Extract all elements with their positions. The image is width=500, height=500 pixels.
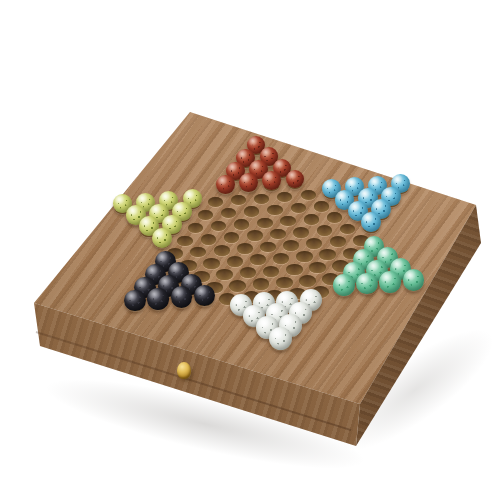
marble-red[interactable] <box>239 173 258 192</box>
marble-black[interactable] <box>124 290 146 312</box>
marble-green[interactable] <box>403 269 425 291</box>
marble-white[interactable] <box>269 327 292 350</box>
chinese-checkers-product-photo <box>0 0 500 500</box>
marbles-layer <box>0 0 500 500</box>
marble-cyan[interactable] <box>361 212 381 232</box>
marble-black[interactable] <box>171 286 193 308</box>
marble-green[interactable] <box>333 274 355 296</box>
marble-red[interactable] <box>262 171 281 190</box>
marble-yellow[interactable] <box>152 228 172 248</box>
marble-green[interactable] <box>379 271 401 293</box>
marble-green[interactable] <box>356 273 378 295</box>
marble-red[interactable] <box>216 175 235 194</box>
marble-black[interactable] <box>147 288 169 310</box>
marble-red[interactable] <box>286 170 305 189</box>
marble-black[interactable] <box>194 285 216 307</box>
